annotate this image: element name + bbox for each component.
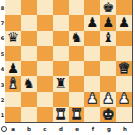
square-b7[interactable] (21, 15, 37, 30)
piece-black-king[interactable]: ♚ (100, 0, 116, 15)
square-e8[interactable] (69, 0, 85, 15)
piece-white-queen[interactable]: ♛ (116, 61, 132, 76)
square-h8[interactable] (116, 0, 132, 15)
square-h6[interactable] (116, 31, 132, 46)
square-h4[interactable]: ♛ (116, 61, 132, 76)
square-b6[interactable] (21, 31, 37, 46)
piece-black-pawn[interactable]: ♟ (100, 15, 116, 30)
piece-black-pawn[interactable]: ♟ (84, 15, 100, 30)
square-c7[interactable] (37, 15, 53, 30)
white-to-move-indicator (1, 126, 7, 132)
square-h3[interactable] (116, 76, 132, 91)
piece-white-rook[interactable]: ♜ (69, 107, 85, 122)
square-g6[interactable]: ♝ (100, 31, 116, 46)
square-c2[interactable] (37, 92, 53, 107)
square-g2[interactable]: ♟ (100, 92, 116, 107)
piece-white-bishop[interactable]: ♝ (5, 76, 21, 91)
file-label-e: e (69, 124, 85, 134)
piece-white-pawn[interactable]: ♟ (116, 92, 132, 107)
piece-black-bishop[interactable]: ♝ (100, 31, 116, 46)
square-g3[interactable] (100, 76, 116, 91)
square-f2[interactable]: ♟ (84, 92, 100, 107)
square-a6[interactable]: ♛ (5, 31, 21, 46)
square-f3[interactable] (84, 76, 100, 91)
piece-black-knight[interactable]: ♞ (69, 31, 85, 46)
square-d4[interactable] (53, 61, 69, 76)
square-e7[interactable] (69, 15, 85, 30)
file-label-a: a (5, 124, 21, 134)
square-d2[interactable] (53, 92, 69, 107)
piece-white-king[interactable]: ♚ (100, 107, 116, 122)
file-label-h: h (117, 124, 133, 134)
piece-black-pawn[interactable]: ♟ (5, 61, 21, 76)
square-d3[interactable]: ♜ (53, 76, 69, 91)
square-e3[interactable] (69, 76, 85, 91)
square-c1[interactable] (37, 107, 53, 122)
piece-white-pawn[interactable]: ♟ (84, 92, 100, 107)
file-label-d: d (53, 124, 69, 134)
square-g4[interactable] (100, 61, 116, 76)
square-e1[interactable]: ♜ (69, 107, 85, 122)
square-b3[interactable]: ♞ (21, 76, 37, 91)
file-label-g: g (101, 124, 117, 134)
square-a3[interactable]: ♝ (5, 76, 21, 91)
square-b4[interactable] (21, 61, 37, 76)
piece-black-pawn[interactable]: ♟ (116, 15, 132, 30)
square-e5[interactable] (69, 46, 85, 61)
square-g8[interactable]: ♚ (100, 0, 116, 15)
square-c8[interactable] (37, 0, 53, 15)
square-h1[interactable] (116, 107, 132, 122)
file-label-b: b (21, 124, 37, 134)
square-d7[interactable] (53, 15, 69, 30)
square-e6[interactable]: ♞ (69, 31, 85, 46)
square-b1[interactable] (21, 107, 37, 122)
square-f8[interactable] (84, 0, 100, 15)
square-b5[interactable] (21, 46, 37, 61)
piece-white-pawn[interactable]: ♟ (100, 92, 116, 107)
square-g7[interactable]: ♟ (100, 15, 116, 30)
square-b8[interactable] (21, 0, 37, 15)
square-h2[interactable]: ♟ (116, 92, 132, 107)
square-d6[interactable] (53, 31, 69, 46)
square-d8[interactable] (53, 0, 69, 15)
chess-board[interactable]: ♚♟♟♟♛♞♝♟♛♝♞♜♟♟♟♜♜♚ (5, 0, 133, 123)
square-c3[interactable] (37, 76, 53, 91)
square-c4[interactable] (37, 61, 53, 76)
square-d5[interactable] (53, 46, 69, 61)
file-labels: abcdefgh (5, 124, 133, 134)
square-a8[interactable] (5, 0, 21, 15)
square-c6[interactable] (37, 31, 53, 46)
piece-black-rook[interactable]: ♜ (53, 76, 69, 91)
file-label-f: f (85, 124, 101, 134)
square-f4[interactable] (84, 61, 100, 76)
square-a1[interactable] (5, 107, 21, 122)
file-label-c: c (37, 124, 53, 134)
chess-diagram: 87654321 ♚♟♟♟♛♞♝♟♛♝♞♜♟♟♟♜♜♚ abcdefgh (0, 0, 135, 135)
piece-black-knight[interactable]: ♞ (21, 76, 37, 91)
piece-white-rook[interactable]: ♜ (53, 107, 69, 122)
square-d1[interactable]: ♜ (53, 107, 69, 122)
square-e2[interactable] (69, 92, 85, 107)
square-a5[interactable] (5, 46, 21, 61)
square-a2[interactable] (5, 92, 21, 107)
square-g5[interactable] (100, 46, 116, 61)
square-f5[interactable] (84, 46, 100, 61)
square-a4[interactable]: ♟ (5, 61, 21, 76)
square-f6[interactable] (84, 31, 100, 46)
square-g1[interactable]: ♚ (100, 107, 116, 122)
square-c5[interactable] (37, 46, 53, 61)
square-a7[interactable] (5, 15, 21, 30)
piece-black-queen[interactable]: ♛ (5, 31, 21, 46)
square-e4[interactable] (69, 61, 85, 76)
square-b2[interactable] (21, 92, 37, 107)
square-h7[interactable]: ♟ (116, 15, 132, 30)
square-h5[interactable] (116, 46, 132, 61)
square-f7[interactable]: ♟ (84, 15, 100, 30)
square-f1[interactable] (84, 107, 100, 122)
